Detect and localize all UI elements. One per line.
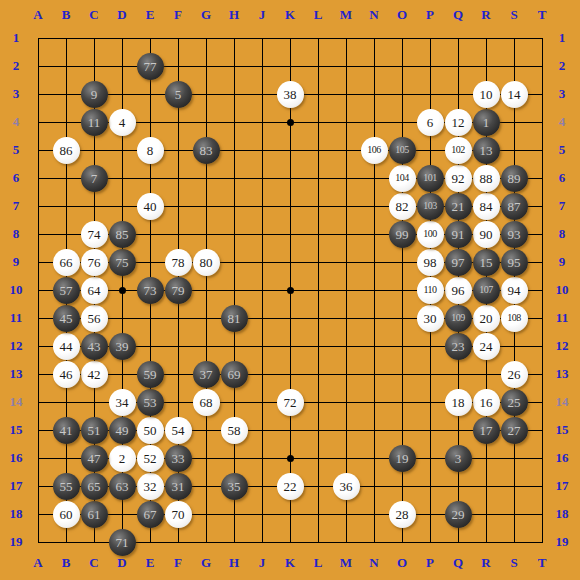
stone-white-50-e15[interactable]: 50 xyxy=(137,417,164,444)
stone-white-74-c8[interactable]: 74 xyxy=(81,221,108,248)
go-board-frame: ABCDEFGHJKLMNOPQRST ABCDEFGHJKLMNOPQRST … xyxy=(0,0,580,580)
column-label-d: D xyxy=(108,4,136,26)
stone-black-9-c3[interactable]: 9 xyxy=(81,81,108,108)
column-label-p: P xyxy=(416,4,444,26)
stone-white-66-b9[interactable]: 66 xyxy=(53,249,80,276)
stone-black-95-s9[interactable]: 95 xyxy=(501,249,528,276)
stone-black-105-o5[interactable]: 105 xyxy=(389,137,416,164)
stone-white-64-c10[interactable]: 64 xyxy=(81,277,108,304)
stone-white-44-b12[interactable]: 44 xyxy=(53,333,80,360)
column-label-r: R xyxy=(472,4,500,26)
stone-white-38-k3[interactable]: 38 xyxy=(277,81,304,108)
stone-white-110-p10[interactable]: 110 xyxy=(417,277,444,304)
stone-black-73-e10[interactable]: 73 xyxy=(137,277,164,304)
stone-black-5-f3[interactable]: 5 xyxy=(165,81,192,108)
stone-black-13-r5[interactable]: 13 xyxy=(473,137,500,164)
stone-black-31-f17[interactable]: 31 xyxy=(165,473,192,500)
stone-black-11-c4[interactable]: 11 xyxy=(81,109,108,136)
stone-white-70-f18[interactable]: 70 xyxy=(165,501,192,528)
stone-black-59-e13[interactable]: 59 xyxy=(137,361,164,388)
stone-black-83-g5[interactable]: 83 xyxy=(193,137,220,164)
stone-black-3-q16[interactable]: 3 xyxy=(445,445,472,472)
stone-black-37-g13[interactable]: 37 xyxy=(193,361,220,388)
column-label-m: M xyxy=(332,4,360,26)
stone-white-28-o18[interactable]: 28 xyxy=(389,501,416,528)
column-labels-top: ABCDEFGHJKLMNOPQRST xyxy=(24,4,556,26)
stone-white-72-k14[interactable]: 72 xyxy=(277,389,304,416)
stone-black-57-b10[interactable]: 57 xyxy=(53,277,80,304)
stone-black-27-s15[interactable]: 27 xyxy=(501,417,528,444)
stone-black-109-q11[interactable]: 109 xyxy=(445,305,472,332)
column-label-g: G xyxy=(192,4,220,26)
stone-white-92-q6[interactable]: 92 xyxy=(445,165,472,192)
stone-black-1-r4[interactable]: 1 xyxy=(473,109,500,136)
stone-white-104-o6[interactable]: 104 xyxy=(389,165,416,192)
stone-white-80-g9[interactable]: 80 xyxy=(193,249,220,276)
stone-black-75-d9[interactable]: 75 xyxy=(109,249,136,276)
stone-black-97-q9[interactable]: 97 xyxy=(445,249,472,276)
stone-black-19-o16[interactable]: 19 xyxy=(389,445,416,472)
stone-black-17-r15[interactable]: 17 xyxy=(473,417,500,444)
stone-white-58-h15[interactable]: 58 xyxy=(221,417,248,444)
column-label-b: B xyxy=(52,4,80,26)
column-label-t: T xyxy=(528,4,556,26)
stone-black-61-c18[interactable]: 61 xyxy=(81,501,108,528)
stone-black-103-p7[interactable]: 103 xyxy=(417,193,444,220)
stone-black-67-e18[interactable]: 67 xyxy=(137,501,164,528)
stone-black-85-d8[interactable]: 85 xyxy=(109,221,136,248)
stone-black-101-p6[interactable]: 101 xyxy=(417,165,444,192)
column-label-k: K xyxy=(276,4,304,26)
stone-black-29-q18[interactable]: 29 xyxy=(445,501,472,528)
stone-white-22-k17[interactable]: 22 xyxy=(277,473,304,500)
stones-layer: 1234567891011121314151617181920212223242… xyxy=(24,24,556,556)
stone-black-87-s7[interactable]: 87 xyxy=(501,193,528,220)
column-label-s: S xyxy=(500,4,528,26)
stone-black-33-f16[interactable]: 33 xyxy=(165,445,192,472)
stone-black-7-c6[interactable]: 7 xyxy=(81,165,108,192)
stone-black-53-e14[interactable]: 53 xyxy=(137,389,164,416)
stone-white-24-r12[interactable]: 24 xyxy=(473,333,500,360)
stone-black-47-c16[interactable]: 47 xyxy=(81,445,108,472)
stone-white-40-e7[interactable]: 40 xyxy=(137,193,164,220)
stone-white-42-c13[interactable]: 42 xyxy=(81,361,108,388)
stone-black-77-e2[interactable]: 77 xyxy=(137,53,164,80)
stone-black-79-f10[interactable]: 79 xyxy=(165,277,192,304)
stone-white-4-d4[interactable]: 4 xyxy=(109,109,136,136)
stone-white-52-e16[interactable]: 52 xyxy=(137,445,164,472)
stone-black-81-h11[interactable]: 81 xyxy=(221,305,248,332)
column-label-h: H xyxy=(220,4,248,26)
stone-white-100-p8[interactable]: 100 xyxy=(417,221,444,248)
stone-white-46-b13[interactable]: 46 xyxy=(53,361,80,388)
stone-white-102-q5[interactable]: 102 xyxy=(445,137,472,164)
column-label-c: C xyxy=(80,4,108,26)
stone-white-76-c9[interactable]: 76 xyxy=(81,249,108,276)
stone-black-23-q12[interactable]: 23 xyxy=(445,333,472,360)
stone-black-55-b17[interactable]: 55 xyxy=(53,473,80,500)
column-label-f: F xyxy=(164,4,192,26)
stone-white-88-r6[interactable]: 88 xyxy=(473,165,500,192)
stone-white-90-r8[interactable]: 90 xyxy=(473,221,500,248)
stone-black-107-r10[interactable]: 107 xyxy=(473,277,500,304)
stone-white-56-c11[interactable]: 56 xyxy=(81,305,108,332)
stone-black-45-b11[interactable]: 45 xyxy=(53,305,80,332)
stone-black-25-s14[interactable]: 25 xyxy=(501,389,528,416)
stone-white-84-r7[interactable]: 84 xyxy=(473,193,500,220)
column-label-q: Q xyxy=(444,4,472,26)
stone-white-8-e5[interactable]: 8 xyxy=(137,137,164,164)
stone-white-26-s13[interactable]: 26 xyxy=(501,361,528,388)
stone-black-39-d12[interactable]: 39 xyxy=(109,333,136,360)
stone-black-35-h17[interactable]: 35 xyxy=(221,473,248,500)
stone-white-32-e17[interactable]: 32 xyxy=(137,473,164,500)
go-board[interactable]: 1234567891011121314151617181920212223242… xyxy=(24,24,556,556)
stone-white-108-s11[interactable]: 108 xyxy=(501,305,528,332)
column-label-o: O xyxy=(388,4,416,26)
stone-black-71-d19[interactable]: 71 xyxy=(109,529,136,556)
stone-white-18-q14[interactable]: 18 xyxy=(445,389,472,416)
stone-white-16-r14[interactable]: 16 xyxy=(473,389,500,416)
stone-black-41-b15[interactable]: 41 xyxy=(53,417,80,444)
stone-black-43-c12[interactable]: 43 xyxy=(81,333,108,360)
stone-black-15-r9[interactable]: 15 xyxy=(473,249,500,276)
stone-white-30-p11[interactable]: 30 xyxy=(417,305,444,332)
stone-black-89-s6[interactable]: 89 xyxy=(501,165,528,192)
stone-white-86-b5[interactable]: 86 xyxy=(53,137,80,164)
stone-black-99-o8[interactable]: 99 xyxy=(389,221,416,248)
stone-white-106-n5[interactable]: 106 xyxy=(361,137,388,164)
stone-white-96-q10[interactable]: 96 xyxy=(445,277,472,304)
stone-white-34-d14[interactable]: 34 xyxy=(109,389,136,416)
column-label-n: N xyxy=(360,4,388,26)
stone-black-93-s8[interactable]: 93 xyxy=(501,221,528,248)
stone-white-68-g14[interactable]: 68 xyxy=(193,389,220,416)
stone-black-65-c17[interactable]: 65 xyxy=(81,473,108,500)
stone-black-91-q8[interactable]: 91 xyxy=(445,221,472,248)
stone-white-60-b18[interactable]: 60 xyxy=(53,501,80,528)
stone-white-2-d16[interactable]: 2 xyxy=(109,445,136,472)
stone-black-69-h13[interactable]: 69 xyxy=(221,361,248,388)
stone-white-78-f9[interactable]: 78 xyxy=(165,249,192,276)
column-label-e: E xyxy=(136,4,164,26)
stone-white-54-f15[interactable]: 54 xyxy=(165,417,192,444)
stone-white-94-s10[interactable]: 94 xyxy=(501,277,528,304)
column-label-a: A xyxy=(24,4,52,26)
stone-white-98-p9[interactable]: 98 xyxy=(417,249,444,276)
stone-white-10-r3[interactable]: 10 xyxy=(473,81,500,108)
column-label-l: L xyxy=(304,4,332,26)
stone-white-36-m17[interactable]: 36 xyxy=(333,473,360,500)
stone-white-82-o7[interactable]: 82 xyxy=(389,193,416,220)
stone-black-51-c15[interactable]: 51 xyxy=(81,417,108,444)
stone-black-49-d15[interactable]: 49 xyxy=(109,417,136,444)
stone-black-63-d17[interactable]: 63 xyxy=(109,473,136,500)
stone-white-20-r11[interactable]: 20 xyxy=(473,305,500,332)
stone-white-14-s3[interactable]: 14 xyxy=(501,81,528,108)
stone-black-21-q7[interactable]: 21 xyxy=(445,193,472,220)
stone-white-12-q4[interactable]: 12 xyxy=(445,109,472,136)
column-label-j: J xyxy=(248,4,276,26)
stone-white-6-p4[interactable]: 6 xyxy=(417,109,444,136)
